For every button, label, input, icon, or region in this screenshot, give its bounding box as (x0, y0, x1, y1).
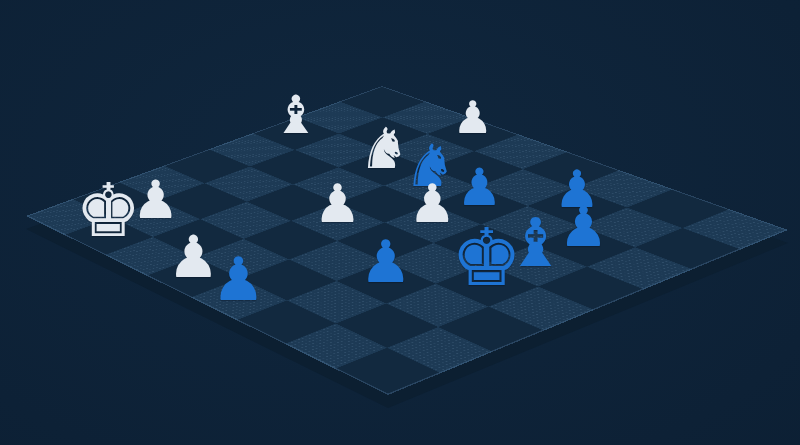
white-knight-c3[interactable]: ♞ (358, 120, 409, 177)
blue-pawn-h5[interactable]: ♟ (212, 248, 266, 308)
white-king-h2[interactable]: ♚ (75, 174, 141, 248)
blue-pawn-f6[interactable]: ♟ (360, 233, 413, 292)
white-pawn-e4[interactable]: ♟ (314, 177, 362, 230)
chess-scene: ♚♝♞♟♟♟♟♟♚♝♞♟♟♟♟♟ (0, 0, 800, 445)
white-pawn-a3[interactable]: ♟ (452, 96, 492, 141)
blue-pawn-c7[interactable]: ♟ (559, 200, 608, 255)
white-pawn-d5[interactable]: ♟ (409, 179, 457, 232)
blue-pawn-c5[interactable]: ♟ (456, 162, 502, 213)
white-bishop-c1[interactable]: ♝ (272, 89, 319, 142)
blue-king-e7[interactable]: ♚ (451, 218, 523, 298)
